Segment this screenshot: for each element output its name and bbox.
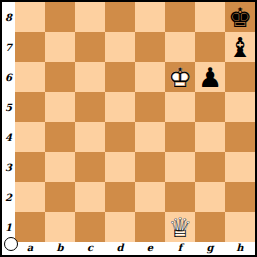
square-h3[interactable] [225, 152, 255, 182]
square-c6[interactable] [75, 62, 105, 92]
square-e2[interactable] [135, 182, 165, 212]
square-a8[interactable] [15, 2, 45, 32]
rank-label-6: 6 [2, 62, 15, 92]
file-labels: abcdefgh [15, 242, 255, 255]
square-b5[interactable] [45, 92, 75, 122]
square-e1[interactable] [135, 212, 165, 242]
file-label-h: h [225, 242, 255, 255]
square-d5[interactable] [105, 92, 135, 122]
square-a1[interactable] [15, 212, 45, 242]
square-f8[interactable] [165, 2, 195, 32]
file-label-b: b [45, 242, 75, 255]
square-b4[interactable] [45, 122, 75, 152]
square-g7[interactable] [195, 32, 225, 62]
white-to-move-indicator [4, 237, 18, 251]
square-b1[interactable] [45, 212, 75, 242]
rank-label-7: 7 [2, 32, 15, 62]
square-a2[interactable] [15, 182, 45, 212]
rank-label-4: 4 [2, 122, 15, 152]
square-e4[interactable] [135, 122, 165, 152]
square-h4[interactable] [225, 122, 255, 152]
square-f5[interactable] [165, 92, 195, 122]
rank-label-5: 5 [2, 92, 15, 122]
square-f7[interactable] [165, 32, 195, 62]
rank-labels: 87654321 [2, 2, 15, 242]
piece-black-pawn: ♟ [195, 62, 225, 92]
square-f2[interactable] [165, 182, 195, 212]
square-b7[interactable] [45, 32, 75, 62]
square-d2[interactable] [105, 182, 135, 212]
rank-label-2: 2 [2, 182, 15, 212]
square-d3[interactable] [105, 152, 135, 182]
piece-white-queen: ♛♕ [165, 212, 195, 242]
square-g3[interactable] [195, 152, 225, 182]
square-c5[interactable] [75, 92, 105, 122]
square-g6[interactable]: ♟ [195, 62, 225, 92]
square-d4[interactable] [105, 122, 135, 152]
board: ♚♝♚♔♟♛♕ [15, 2, 255, 242]
square-f6[interactable]: ♚♔ [165, 62, 195, 92]
chess-diagram: ♚♝♚♔♟♛♕ 87654321 abcdefgh [0, 0, 257, 257]
square-c2[interactable] [75, 182, 105, 212]
square-b6[interactable] [45, 62, 75, 92]
square-a3[interactable] [15, 152, 45, 182]
square-a7[interactable] [15, 32, 45, 62]
square-e8[interactable] [135, 2, 165, 32]
square-e7[interactable] [135, 32, 165, 62]
square-f1[interactable]: ♛♕ [165, 212, 195, 242]
square-e6[interactable] [135, 62, 165, 92]
square-g4[interactable] [195, 122, 225, 152]
square-b3[interactable] [45, 152, 75, 182]
square-d7[interactable] [105, 32, 135, 62]
square-a5[interactable] [15, 92, 45, 122]
rank-label-8: 8 [2, 2, 15, 32]
square-a6[interactable] [15, 62, 45, 92]
square-h7[interactable]: ♝ [225, 32, 255, 62]
piece-black-bishop: ♝ [225, 32, 255, 62]
file-label-f: f [165, 242, 195, 255]
file-label-a: a [15, 242, 45, 255]
square-g1[interactable] [195, 212, 225, 242]
square-e3[interactable] [135, 152, 165, 182]
square-c8[interactable] [75, 2, 105, 32]
file-label-e: e [135, 242, 165, 255]
square-h2[interactable] [225, 182, 255, 212]
file-label-c: c [75, 242, 105, 255]
piece-black-king: ♚ [225, 2, 255, 32]
rank-label-3: 3 [2, 152, 15, 182]
square-g5[interactable] [195, 92, 225, 122]
square-g2[interactable] [195, 182, 225, 212]
square-h1[interactable] [225, 212, 255, 242]
square-g8[interactable] [195, 2, 225, 32]
square-d1[interactable] [105, 212, 135, 242]
square-b8[interactable] [45, 2, 75, 32]
square-e5[interactable] [135, 92, 165, 122]
square-h6[interactable] [225, 62, 255, 92]
file-label-g: g [195, 242, 225, 255]
piece-white-king: ♚♔ [165, 62, 195, 92]
square-d8[interactable] [105, 2, 135, 32]
square-a4[interactable] [15, 122, 45, 152]
square-c4[interactable] [75, 122, 105, 152]
square-f4[interactable] [165, 122, 195, 152]
square-h8[interactable]: ♚ [225, 2, 255, 32]
square-f3[interactable] [165, 152, 195, 182]
file-label-d: d [105, 242, 135, 255]
square-d6[interactable] [105, 62, 135, 92]
square-c7[interactable] [75, 32, 105, 62]
square-c1[interactable] [75, 212, 105, 242]
square-h5[interactable] [225, 92, 255, 122]
square-c3[interactable] [75, 152, 105, 182]
square-b2[interactable] [45, 182, 75, 212]
